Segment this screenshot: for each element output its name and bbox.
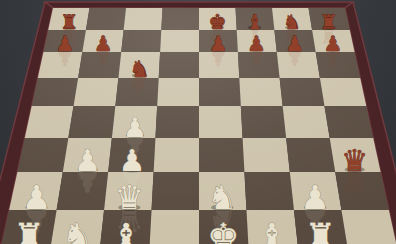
- piece-black-pawn-a7[interactable]: ♟: [56, 32, 75, 56]
- piece-white-pawn-b3[interactable]: ♟: [74, 143, 101, 178]
- square-h4[interactable]: [324, 106, 373, 138]
- square-d6[interactable]: [159, 52, 199, 78]
- square-h1[interactable]: [341, 210, 396, 244]
- square-e4[interactable]: [199, 106, 243, 138]
- piece-white-bishop-f1[interactable]: ♝: [256, 216, 288, 244]
- piece-black-rook-a8[interactable]: ♜: [60, 10, 78, 34]
- square-g3[interactable]: [286, 138, 335, 172]
- square-e5[interactable]: [199, 78, 241, 106]
- square-g5[interactable]: [280, 78, 325, 106]
- square-f2[interactable]: [244, 172, 294, 210]
- piece-white-pawn-c3[interactable]: ♟: [119, 143, 146, 178]
- piece-white-king-e1[interactable]: ♚: [207, 216, 239, 244]
- square-a5[interactable]: [32, 78, 78, 106]
- square-c7[interactable]: [121, 30, 161, 52]
- piece-black-queen-h3[interactable]: ♛: [341, 143, 368, 178]
- piece-black-rook-h8[interactable]: ♜: [320, 10, 338, 34]
- square-b4[interactable]: [68, 106, 115, 138]
- square-d7[interactable]: [160, 30, 199, 52]
- piece-black-pawn-f7[interactable]: ♟: [247, 32, 266, 56]
- piece-white-knight-e2[interactable]: ♞: [207, 178, 237, 217]
- piece-black-king-e8[interactable]: ♚: [209, 10, 227, 34]
- piece-white-pawn-g2[interactable]: ♟: [300, 178, 330, 217]
- square-d8[interactable]: [161, 8, 199, 30]
- piece-white-bishop-c1[interactable]: ♝: [110, 216, 142, 244]
- piece-white-pawn-a2[interactable]: ♟: [22, 178, 52, 217]
- chess-app-window: ♜♜♚♚♝♝♞♞♜♜♟♟♟♟♟♟♟♟♟♟♟♟♞♞♟♟♟♟♟♟♛♛♟♟♛♛♞♞♟♟…: [0, 0, 396, 244]
- square-e3[interactable]: [199, 138, 244, 172]
- square-c8[interactable]: [124, 8, 163, 30]
- piece-white-knight-b1[interactable]: ♞: [61, 216, 93, 244]
- square-d1[interactable]: [149, 210, 199, 244]
- piece-black-knight-g8[interactable]: ♞: [283, 10, 301, 34]
- square-g4[interactable]: [283, 106, 330, 138]
- square-a4[interactable]: [25, 106, 74, 138]
- piece-black-pawn-e7[interactable]: ♟: [209, 32, 228, 56]
- chess-board-3d: ♜♜♚♚♝♝♞♞♜♜♟♟♟♟♟♟♟♟♟♟♟♟♞♞♟♟♟♟♟♟♛♛♟♟♛♛♞♞♟♟…: [0, 0, 396, 244]
- square-d2[interactable]: [152, 172, 199, 210]
- square-f5[interactable]: [239, 78, 282, 106]
- piece-black-knight-c6[interactable]: ♞: [129, 56, 150, 82]
- piece-white-rook-a1[interactable]: ♜: [13, 216, 45, 244]
- piece-white-rook-g1[interactable]: ♜: [304, 216, 336, 244]
- square-b5[interactable]: [74, 78, 119, 106]
- piece-white-queen-c2[interactable]: ♛: [115, 178, 145, 217]
- piece-white-pawn-c4[interactable]: ♟: [123, 112, 147, 143]
- square-f4[interactable]: [241, 106, 286, 138]
- square-d5[interactable]: [157, 78, 199, 106]
- square-a3[interactable]: [17, 138, 68, 172]
- square-d3[interactable]: [154, 138, 199, 172]
- square-d4[interactable]: [155, 106, 199, 138]
- square-h5[interactable]: [320, 78, 366, 106]
- piece-black-bishop-f8[interactable]: ♝: [246, 10, 264, 34]
- piece-black-pawn-b7[interactable]: ♟: [94, 32, 113, 56]
- piece-black-pawn-g7[interactable]: ♟: [285, 32, 304, 56]
- piece-black-pawn-h7[interactable]: ♟: [324, 32, 343, 56]
- square-f3[interactable]: [243, 138, 290, 172]
- square-b8[interactable]: [86, 8, 126, 30]
